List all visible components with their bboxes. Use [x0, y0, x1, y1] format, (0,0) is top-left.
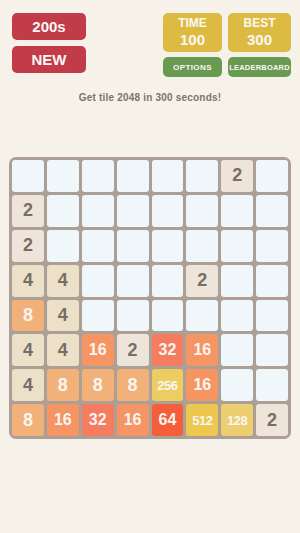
- tile-16-r8c4: 16: [117, 404, 149, 436]
- best-label: BEST: [243, 17, 275, 31]
- tile-4-r6c1: 4: [12, 334, 44, 366]
- empty-cell-r2c3: [82, 195, 114, 227]
- tile-128-r8c7: 128: [221, 404, 253, 436]
- new-game-button[interactable]: NEW: [12, 46, 86, 73]
- game-board[interactable]: 2224428444162321648882561681632166451212…: [9, 157, 291, 439]
- tile-8-r7c4: 8: [117, 369, 149, 401]
- tile-16-r7c6: 16: [186, 369, 218, 401]
- empty-cell-r5c7: [221, 300, 253, 332]
- empty-cell-r4c5: [152, 265, 184, 297]
- tile-2-r2c1: 2: [12, 195, 44, 227]
- tile-8-r7c2: 8: [47, 369, 79, 401]
- empty-cell-r3c7: [221, 230, 253, 262]
- best-score-button[interactable]: BEST 300: [228, 13, 291, 52]
- empty-cell-r2c2: [47, 195, 79, 227]
- tile-64-r8c5: 64: [152, 404, 184, 436]
- time-value: 100: [180, 31, 205, 48]
- tile-4-r7c1: 4: [12, 369, 44, 401]
- empty-cell-r5c6: [186, 300, 218, 332]
- empty-cell-r3c6: [186, 230, 218, 262]
- empty-cell-r2c6: [186, 195, 218, 227]
- tile-4-r5c2: 4: [47, 300, 79, 332]
- empty-cell-r5c8: [256, 300, 288, 332]
- tile-32-r6c5: 32: [152, 334, 184, 366]
- tile-16-r6c3: 16: [82, 334, 114, 366]
- empty-cell-r1c2: [47, 160, 79, 192]
- empty-cell-r2c4: [117, 195, 149, 227]
- tile-8-r8c1: 8: [12, 404, 44, 436]
- empty-cell-r2c7: [221, 195, 253, 227]
- time-score-button[interactable]: TIME 100: [163, 13, 222, 52]
- tile-4-r4c1: 4: [12, 265, 44, 297]
- empty-cell-r5c4: [117, 300, 149, 332]
- tile-16-r6c6: 16: [186, 334, 218, 366]
- tile-512-r8c6: 512: [186, 404, 218, 436]
- empty-cell-r1c1: [12, 160, 44, 192]
- empty-cell-r1c6: [186, 160, 218, 192]
- empty-cell-r1c3: [82, 160, 114, 192]
- goal-subtitle: Get tile 2048 in 300 seconds!: [0, 92, 300, 103]
- timer-button[interactable]: 200s: [12, 13, 86, 40]
- empty-cell-r4c7: [221, 265, 253, 297]
- empty-cell-r6c8: [256, 334, 288, 366]
- empty-cell-r1c4: [117, 160, 149, 192]
- tile-2-r1c7: 2: [221, 160, 253, 192]
- empty-cell-r4c4: [117, 265, 149, 297]
- empty-cell-r3c4: [117, 230, 149, 262]
- tile-2-r8c8: 2: [256, 404, 288, 436]
- time-label: TIME: [178, 17, 207, 31]
- empty-cell-r6c7: [221, 334, 253, 366]
- leaderboard-button[interactable]: LEADERBOARD: [228, 57, 291, 77]
- tile-8-r7c3: 8: [82, 369, 114, 401]
- empty-cell-r5c3: [82, 300, 114, 332]
- empty-cell-r3c5: [152, 230, 184, 262]
- empty-cell-r3c2: [47, 230, 79, 262]
- tile-16-r8c2: 16: [47, 404, 79, 436]
- tile-32-r8c3: 32: [82, 404, 114, 436]
- tile-256-r7c5: 256: [152, 369, 184, 401]
- empty-cell-r2c5: [152, 195, 184, 227]
- tile-4-r6c2: 4: [47, 334, 79, 366]
- empty-cell-r1c5: [152, 160, 184, 192]
- empty-cell-r2c8: [256, 195, 288, 227]
- tile-8-r5c1: 8: [12, 300, 44, 332]
- tile-2-r6c4: 2: [117, 334, 149, 366]
- empty-cell-r5c5: [152, 300, 184, 332]
- options-button[interactable]: OPTIONS: [163, 57, 222, 77]
- tile-4-r4c2: 4: [47, 265, 79, 297]
- empty-cell-r7c8: [256, 369, 288, 401]
- tile-2-r4c6: 2: [186, 265, 218, 297]
- empty-cell-r4c3: [82, 265, 114, 297]
- tile-2-r3c1: 2: [12, 230, 44, 262]
- empty-cell-r4c8: [256, 265, 288, 297]
- empty-cell-r3c8: [256, 230, 288, 262]
- empty-cell-r1c8: [256, 160, 288, 192]
- best-value: 300: [247, 31, 272, 48]
- empty-cell-r7c7: [221, 369, 253, 401]
- empty-cell-r3c3: [82, 230, 114, 262]
